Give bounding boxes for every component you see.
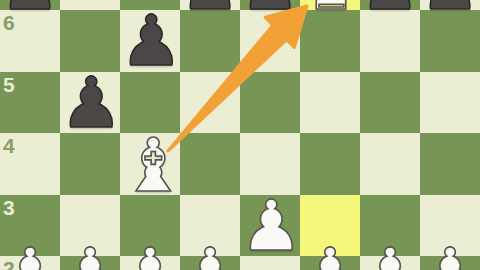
- chess-board: 65432♟♟♟♛♟♟♟♟♝♟♟♟♟♟♟♟♟: [0, 0, 480, 270]
- rank-label-3: 3: [3, 197, 23, 218]
- piece-white-pawn-d2[interactable]: ♟: [180, 240, 240, 270]
- square-h4[interactable]: [420, 133, 480, 195]
- square-g4[interactable]: [360, 133, 420, 195]
- piece-white-pawn-c2[interactable]: ♟: [120, 240, 180, 270]
- square-f5[interactable]: [300, 72, 360, 134]
- chess-board-screenshot: 65432♟♟♟♛♟♟♟♟♝♟♟♟♟♟♟♟♟: [0, 0, 480, 270]
- square-e5[interactable]: [240, 72, 300, 134]
- piece-white-pawn-b2[interactable]: ♟: [60, 240, 120, 270]
- piece-black-pawn-b5[interactable]: ♟: [60, 68, 120, 138]
- rank-label-4: 4: [3, 135, 23, 156]
- piece-black-pawn-c6[interactable]: ♟: [120, 6, 180, 76]
- piece-white-pawn-e3[interactable]: ♟: [240, 191, 300, 261]
- piece-black-pawn-e7[interactable]: ♟: [240, 0, 300, 20]
- piece-black-pawn-h7[interactable]: ♟: [420, 0, 480, 20]
- square-d5[interactable]: [180, 72, 240, 134]
- piece-white-pawn-f2[interactable]: ♟: [300, 240, 360, 270]
- piece-white-queen-f7[interactable]: ♛: [300, 0, 360, 20]
- square-g5[interactable]: [360, 72, 420, 134]
- square-b7[interactable]: [60, 0, 120, 10]
- piece-white-bishop-c4[interactable]: ♝: [120, 128, 180, 202]
- square-d4[interactable]: [180, 133, 240, 195]
- square-f4[interactable]: [300, 133, 360, 195]
- piece-white-pawn-h2[interactable]: ♟: [420, 240, 480, 270]
- piece-black-pawn-a7[interactable]: ♟: [0, 0, 60, 20]
- piece-white-pawn-g2[interactable]: ♟: [360, 240, 420, 270]
- piece-white-pawn-a2[interactable]: ♟: [0, 240, 60, 270]
- piece-black-pawn-d7[interactable]: ♟: [180, 0, 240, 20]
- square-h5[interactable]: [420, 72, 480, 134]
- rank-label-5: 5: [3, 74, 23, 95]
- piece-black-pawn-g7[interactable]: ♟: [360, 0, 420, 20]
